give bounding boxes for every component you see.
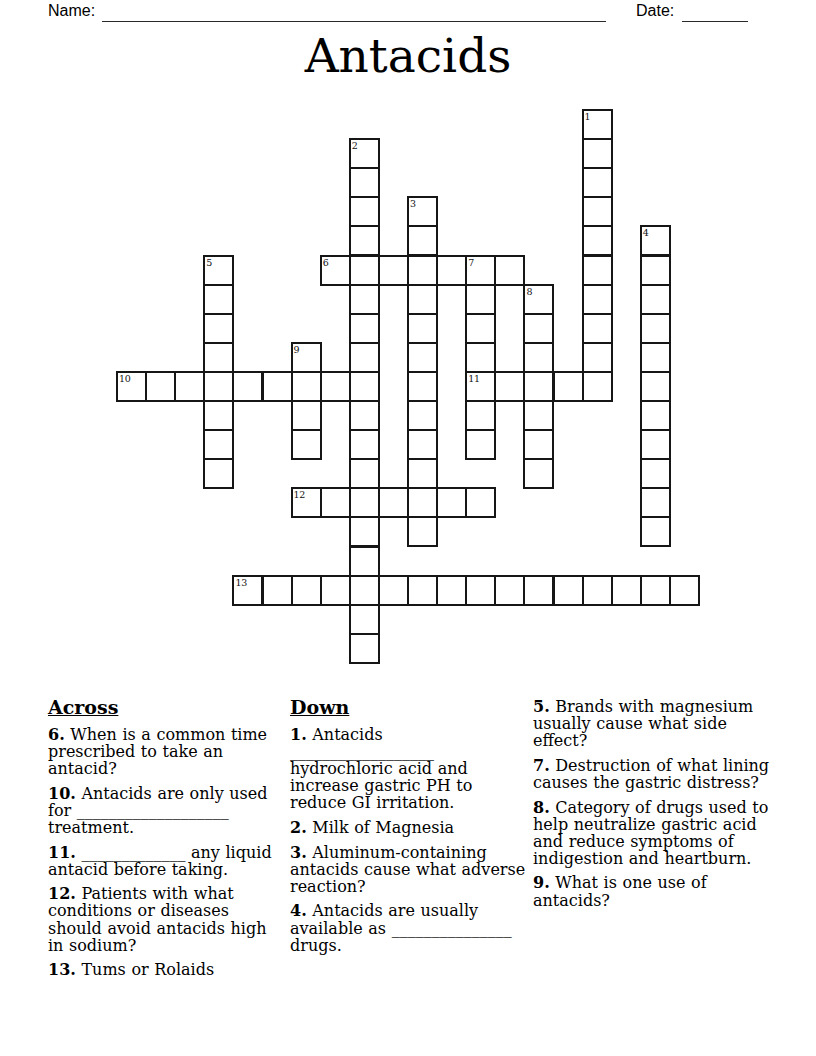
clue-down-1: 1. Antacids __________________ hydrochlo… [290,726,526,812]
grid-cell-r6c16[interactable] [582,284,613,315]
down-clue-list-part1: 1. Antacids __________________ hydrochlo… [290,726,526,954]
grid-cell-r14c18[interactable] [640,516,671,547]
grid-cell-r7c16[interactable] [582,313,613,344]
grid-cell-r11c18[interactable] [640,429,671,460]
grid-cell-r12c10[interactable] [407,458,438,489]
down-clues-column-continued: 5. Brands with magnesium usually cause w… [533,698,773,916]
grid-cell-r12c3[interactable] [203,458,234,489]
grid-cell-r10c8[interactable] [349,400,380,431]
grid-cell-r9c15[interactable] [553,371,584,402]
grid-cell-r16c15[interactable] [553,575,584,606]
clue-across-10: 10. Antacids are only used for _________… [48,785,284,836]
grid-cell-r12c18[interactable] [640,458,671,489]
grid-cell-r9c5[interactable] [262,371,293,402]
clue-number: 7. [533,756,550,775]
cell-number-10: 10 [119,374,131,384]
grid-cell-r5c18[interactable] [640,255,671,286]
grid-cell-r7c3[interactable] [203,313,234,344]
cell-number-6: 6 [323,258,329,268]
grid-cell-r5c10[interactable] [407,255,438,286]
grid-cell-r16c5[interactable] [262,575,293,606]
clue-down-7: 7. Destruction of what lining causes the… [533,757,773,791]
grid-cell-r9c13[interactable] [494,371,525,402]
grid-cell-r5c13[interactable] [494,255,525,286]
grid-cell-r9c10[interactable] [407,371,438,402]
clue-number: 11. [48,843,76,862]
down-clue-list-part2: 5. Brands with magnesium usually cause w… [533,698,773,909]
grid-cell-r13c11[interactable] [436,487,467,518]
clue-across-12: 12. Patients with what conditions or dis… [48,885,284,953]
grid-cell-r10c3[interactable] [203,400,234,431]
grid-cell-r16c11[interactable] [436,575,467,606]
grid-cell-r7c14[interactable] [523,313,554,344]
grid-cell-r6c10[interactable] [407,284,438,315]
crossword-worksheet-page: { "header": { "name_label": "Name:", "da… [0,0,816,1056]
cell-number-3: 3 [410,199,416,209]
grid-cell-r2c16[interactable] [582,167,613,198]
grid-cell-r13c9[interactable] [378,487,409,518]
clue-number: 3. [290,843,307,862]
grid-cell-r8c3[interactable] [203,342,234,373]
clue-across-13: 13. Tums or Rolaids [48,961,284,978]
down-heading: Down [290,698,526,718]
grid-cell-r16c18[interactable] [640,575,671,606]
cell-number-12: 12 [294,490,306,500]
grid-cell-r6c12[interactable] [465,284,496,315]
clue-down-3: 3. Aluminum-containing antacids cause wh… [290,844,526,895]
clue-number: 9. [533,873,550,892]
grid-cell-r16c14[interactable] [523,575,554,606]
clue-down-2: 2. Milk of Magnesia [290,819,526,836]
grid-cell-r16c10[interactable] [407,575,438,606]
grid-cell-r16c19[interactable] [669,575,700,606]
grid-cell-r7c18[interactable] [640,313,671,344]
grid-cell-r9c8[interactable] [349,371,380,402]
grid-cell-r13c8[interactable] [349,487,380,518]
cell-number-13: 13 [235,578,247,588]
grid-cell-r13c18[interactable] [640,487,671,518]
grid-cell-r16c6[interactable] [291,575,322,606]
clue-down-9: 9. What is one use of antacids? [533,874,773,908]
grid-cell-r16c16[interactable] [582,575,613,606]
clue-number: 8. [533,798,550,817]
grid-cell-r16c7[interactable] [320,575,351,606]
clue-down-8: 8. Category of drugs used to help neutra… [533,799,773,867]
grid-cell-r9c16[interactable] [582,371,613,402]
crossword-grid[interactable]: 12345678910111213 [0,0,816,700]
cell-number-1: 1 [585,112,591,122]
grid-cell-r7c12[interactable] [465,313,496,344]
clue-down-5: 5. Brands with magnesium usually cause w… [533,698,773,749]
grid-cell-r5c9[interactable] [378,255,409,286]
clue-number: 5. [533,697,550,716]
grid-cell-r4c16[interactable] [582,225,613,256]
grid-cell-r10c6[interactable] [291,400,322,431]
grid-cell-r7c10[interactable] [407,313,438,344]
grid-cell-r12c14[interactable] [523,458,554,489]
grid-cell-r10c10[interactable] [407,400,438,431]
grid-cell-r9c18[interactable] [640,371,671,402]
grid-cell-r11c12[interactable] [465,429,496,460]
grid-cell-r11c3[interactable] [203,429,234,460]
grid-cell-r16c13[interactable] [494,575,525,606]
grid-cell-r5c11[interactable] [436,255,467,286]
grid-cell-r16c9[interactable] [378,575,409,606]
grid-cell-r5c8[interactable] [349,255,380,286]
grid-cell-r9c14[interactable] [523,371,554,402]
grid-cell-r4c8[interactable] [349,225,380,256]
clue-number: 13. [48,960,76,979]
grid-cell-r2c8[interactable] [349,167,380,198]
cell-number-4: 4 [643,228,649,238]
grid-cell-r9c7[interactable] [320,371,351,402]
cell-number-11: 11 [468,374,480,384]
grid-cell-r3c8[interactable] [349,196,380,227]
grid-cell-r8c14[interactable] [523,342,554,373]
cell-number-9: 9 [294,345,300,355]
cell-number-8: 8 [526,287,532,297]
grid-cell-r9c6[interactable] [291,371,322,402]
grid-cell-r1c16[interactable] [582,138,613,169]
grid-cell-r14c10[interactable] [407,516,438,547]
grid-cell-r8c8[interactable] [349,342,380,373]
grid-cell-r15c8[interactable] [349,546,380,577]
clue-number: 12. [48,884,76,903]
grid-cell-r11c8[interactable] [349,429,380,460]
clue-number: 4. [290,901,307,920]
grid-cell-r11c10[interactable] [407,429,438,460]
across-clues-column: Across 6. When is a common time prescrib… [48,698,284,986]
across-heading: Across [48,698,284,718]
grid-cell-r10c18[interactable] [640,400,671,431]
cell-number-2: 2 [352,141,358,151]
grid-cell-r8c12[interactable] [465,342,496,373]
grid-cell-r3c16[interactable] [582,196,613,227]
grid-cell-r10c14[interactable] [523,400,554,431]
grid-cell-r10c12[interactable] [465,400,496,431]
grid-cell-r12c8[interactable] [349,458,380,489]
grid-cell-r9c2[interactable] [174,371,205,402]
grid-cell-r13c12[interactable] [465,487,496,518]
grid-cell-r6c18[interactable] [640,284,671,315]
clue-number: 6. [48,725,65,744]
grid-cell-r8c18[interactable] [640,342,671,373]
grid-cell-r11c14[interactable] [523,429,554,460]
grid-cell-r14c8[interactable] [349,516,380,547]
clue-number: 2. [290,818,307,837]
grid-cell-r4c10[interactable] [407,225,438,256]
down-clues-column: Down 1. Antacids __________________ hydr… [290,698,526,961]
grid-cell-r17c8[interactable] [349,604,380,635]
clue-number: 1. [290,725,307,744]
clue-number: 10. [48,784,76,803]
clue-down-4: 4. Antacids are usually available as ___… [290,902,526,953]
grid-cell-r13c7[interactable] [320,487,351,518]
clue-across-11: 11. _____________ any liquid antacid bef… [48,844,284,878]
grid-cell-r5c16[interactable] [582,255,613,286]
grid-cell-r9c1[interactable] [145,371,176,402]
grid-cell-r13c10[interactable] [407,487,438,518]
grid-cell-r18c8[interactable] [349,633,380,664]
grid-cell-r6c8[interactable] [349,284,380,315]
grid-cell-r11c6[interactable] [291,429,322,460]
grid-cell-r16c8[interactable] [349,575,380,606]
across-clue-list: 6. When is a common time prescribed to t… [48,726,284,978]
cell-number-5: 5 [206,258,212,268]
grid-cell-r6c3[interactable] [203,284,234,315]
grid-cell-r8c16[interactable] [582,342,613,373]
grid-cell-r8c10[interactable] [407,342,438,373]
grid-cell-r9c3[interactable] [203,371,234,402]
grid-cell-r16c17[interactable] [611,575,642,606]
cell-number-7: 7 [468,258,474,268]
grid-cell-r9c4[interactable] [232,371,263,402]
clue-across-6: 6. When is a common time prescribed to t… [48,726,284,777]
grid-cell-r16c12[interactable] [465,575,496,606]
grid-cell-r7c8[interactable] [349,313,380,344]
